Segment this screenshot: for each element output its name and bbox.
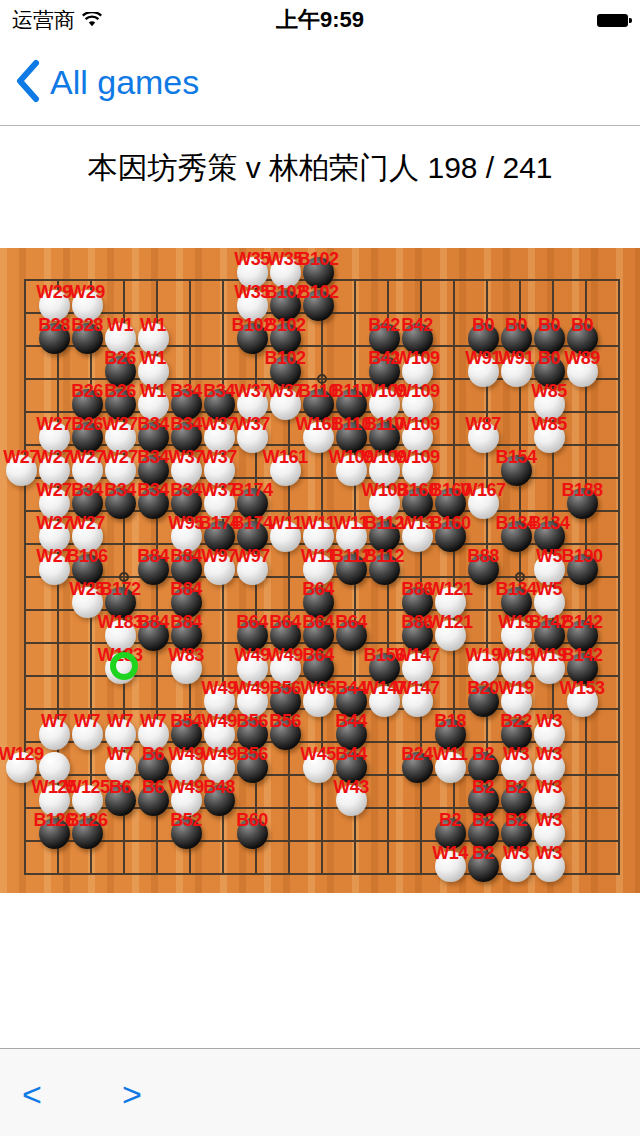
clock-label: 上午9:59 [0, 5, 640, 35]
move-number-label: B44 [315, 745, 387, 763]
move-number-label: B18 [414, 712, 486, 730]
move-number-label: W43 [315, 778, 387, 796]
back-chevron-icon [14, 59, 40, 107]
go-board[interactable]: W35W35B102W29W29W35B102B102B28B28W1W1B10… [0, 248, 640, 893]
status-bar: 运营商 上午9:59 [0, 0, 640, 40]
move-number-label: B106 [51, 547, 123, 565]
move-number-label: B154 [480, 448, 552, 466]
move-number-label: W147 [381, 679, 453, 697]
move-number-label: B112 [348, 547, 420, 565]
move-number-label: W153 [546, 679, 618, 697]
move-number-label: W1 [117, 316, 189, 334]
move-number-label: W5 [513, 580, 585, 598]
move-number-label: B64 [282, 580, 354, 598]
move-number-label: B142 [546, 646, 618, 664]
move-number-label: W97 [216, 547, 288, 565]
move-number-label: B56 [216, 745, 288, 763]
move-number-label: B52 [150, 811, 222, 829]
game-title: 本因坊秀策 v 林柏荣门人 198 / 241 [87, 148, 552, 189]
move-number-label: B0 [546, 316, 618, 334]
move-number-label: B160 [414, 514, 486, 532]
move-number-label: B102 [282, 250, 354, 268]
move-toolbar: < > [0, 1048, 640, 1136]
move-number-label: B44 [315, 712, 387, 730]
move-number-label: W121 [414, 613, 486, 631]
grid-line-v [618, 279, 620, 875]
move-number-label: W109 [381, 382, 453, 400]
move-number-label: W85 [513, 382, 585, 400]
move-number-label: B88 [447, 547, 519, 565]
move-number-label: B188 [546, 481, 618, 499]
title-bar: 本因坊秀策 v 林柏荣门人 198 / 241 [0, 126, 640, 248]
move-number-label: B190 [546, 547, 618, 565]
grid-line-h [24, 840, 620, 842]
move-number-label: W109 [381, 349, 453, 367]
move-number-label: W129 [0, 745, 57, 763]
move-number-label: W37 [216, 415, 288, 433]
move-number-label: B102 [249, 349, 321, 367]
back-label: All games [50, 63, 199, 102]
move-number-label: W109 [381, 415, 453, 433]
move-number-label: B102 [249, 316, 321, 334]
move-number-label: W3 [513, 811, 585, 829]
move-number-label: W27 [51, 514, 123, 532]
move-number-label: W87 [447, 415, 519, 433]
move-number-label: B48 [183, 778, 255, 796]
move-number-label: W3 [513, 745, 585, 763]
move-number-label: W37 [183, 448, 255, 466]
move-number-label: W3 [513, 778, 585, 796]
next-move-button[interactable]: > [122, 1075, 142, 1114]
move-number-label: W109 [381, 448, 453, 466]
last-move-marker [110, 652, 138, 680]
move-number-label: W167 [447, 481, 519, 499]
move-number-label: W3 [513, 712, 585, 730]
move-number-label: B126 [51, 811, 123, 829]
move-number-label: B172 [84, 580, 156, 598]
move-number-label: B142 [546, 613, 618, 631]
move-number-label: B64 [315, 613, 387, 631]
move-number-label: B64 [282, 646, 354, 664]
grid-line-h [24, 873, 620, 875]
move-number-label: B102 [282, 283, 354, 301]
battery-icon [597, 14, 628, 27]
move-number-label: W89 [546, 349, 618, 367]
back-button[interactable]: All games [14, 59, 199, 107]
move-number-label: W85 [513, 415, 585, 433]
move-number-label: B84 [150, 580, 222, 598]
move-number-label: W147 [381, 646, 453, 664]
move-number-label: W19 [480, 679, 552, 697]
move-number-label: B134 [513, 514, 585, 532]
move-number-label: B60 [216, 811, 288, 829]
move-number-label: W1 [117, 349, 189, 367]
move-number-label: W3 [513, 844, 585, 862]
nav-bar: All games [0, 40, 640, 126]
move-number-label: B42 [381, 316, 453, 334]
move-number-label: B174 [216, 481, 288, 499]
move-number-label: W83 [150, 646, 222, 664]
move-number-label: W121 [414, 580, 486, 598]
prev-move-button[interactable]: < [22, 1075, 42, 1114]
move-number-label: B56 [249, 712, 321, 730]
move-number-label: W29 [51, 283, 123, 301]
move-number-label: W161 [249, 448, 321, 466]
move-number-label: B84 [150, 613, 222, 631]
